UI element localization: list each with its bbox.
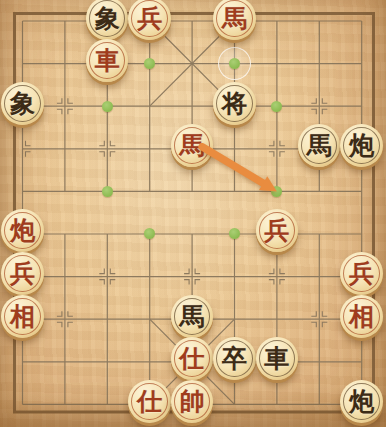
piece-red-4-3[interactable]: 馬: [171, 124, 213, 167]
intersection-4-1[interactable]: [171, 42, 213, 85]
intersection-2-5[interactable]: [86, 213, 128, 256]
intersection-1-8[interactable]: [44, 340, 86, 383]
intersection-8-5[interactable]: [340, 213, 382, 256]
piece-black-8-3[interactable]: 炮: [340, 124, 382, 167]
intersection-2-8[interactable]: [86, 340, 128, 383]
intersection-0-5[interactable]: 炮: [1, 213, 43, 256]
piece-glyph: 将: [222, 91, 247, 116]
piece-glyph: 馬: [180, 304, 205, 329]
piece-red-0-7[interactable]: 相: [1, 295, 43, 338]
intersection-6-6[interactable]: [256, 255, 298, 298]
intersection-5-0[interactable]: 馬: [213, 0, 255, 42]
piece-glyph: 兵: [137, 6, 162, 31]
move-hint-dot-6-4[interactable]: [271, 186, 282, 197]
piece-red-8-6[interactable]: 兵: [340, 252, 382, 295]
intersection-3-4[interactable]: [128, 170, 170, 213]
intersection-0-3[interactable]: [1, 127, 43, 170]
move-hint-dot-5-5[interactable]: [229, 228, 240, 239]
intersection-8-7[interactable]: 相: [340, 298, 382, 341]
intersection-0-7[interactable]: 相: [1, 298, 43, 341]
intersection-7-9[interactable]: [298, 383, 340, 426]
intersection-4-4[interactable]: [171, 170, 213, 213]
intersection-6-9[interactable]: [256, 383, 298, 426]
intersection-3-0[interactable]: 兵: [128, 0, 170, 42]
piece-glyph: 卒: [222, 346, 247, 371]
intersection-5-7[interactable]: [213, 298, 255, 341]
intersection-6-3[interactable]: [256, 127, 298, 170]
piece-black-8-9[interactable]: 炮: [340, 380, 382, 423]
piece-red-8-7[interactable]: 相: [340, 295, 382, 338]
intersection-6-8[interactable]: 車: [256, 340, 298, 383]
intersection-7-7[interactable]: [298, 298, 340, 341]
intersection-2-4[interactable]: [86, 170, 128, 213]
piece-black-5-8[interactable]: 卒: [213, 337, 255, 380]
intersection-5-6[interactable]: [213, 255, 255, 298]
intersection-8-2[interactable]: [340, 85, 382, 128]
intersection-2-0[interactable]: 象: [86, 0, 128, 42]
intersection-1-6[interactable]: [44, 255, 86, 298]
intersection-0-4[interactable]: [1, 170, 43, 213]
intersection-6-2[interactable]: [256, 85, 298, 128]
intersection-3-6[interactable]: [128, 255, 170, 298]
intersection-3-2[interactable]: [128, 85, 170, 128]
move-hint-dot-2-4[interactable]: [102, 186, 113, 197]
intersection-1-9[interactable]: [44, 383, 86, 426]
intersection-8-3[interactable]: 炮: [340, 127, 382, 170]
intersection-1-7[interactable]: [44, 298, 86, 341]
intersection-0-6[interactable]: 兵: [1, 255, 43, 298]
piece-glyph: 象: [10, 91, 35, 116]
move-hint-dot-2-2[interactable]: [102, 101, 113, 112]
piece-glyph: 仕: [137, 389, 162, 414]
intersection-7-8[interactable]: [298, 340, 340, 383]
intersection-5-3[interactable]: [213, 127, 255, 170]
piece-black-6-8[interactable]: 車: [256, 337, 298, 380]
intersection-4-6[interactable]: [171, 255, 213, 298]
piece-glyph: 帥: [180, 389, 205, 414]
piece-black-7-3[interactable]: 馬: [298, 124, 340, 167]
piece-black-2-0[interactable]: 象: [86, 0, 128, 40]
intersection-3-7[interactable]: [128, 298, 170, 341]
intersection-6-5[interactable]: 兵: [256, 213, 298, 256]
intersection-2-9[interactable]: [86, 383, 128, 426]
intersection-4-7[interactable]: 馬: [171, 298, 213, 341]
intersection-8-6[interactable]: 兵: [340, 255, 382, 298]
intersection-5-5[interactable]: [213, 213, 255, 256]
intersection-5-2[interactable]: 将: [213, 85, 255, 128]
piece-glyph: 炮: [10, 218, 35, 243]
intersection-1-1[interactable]: [44, 42, 86, 85]
piece-glyph: 相: [349, 304, 374, 329]
intersection-7-1[interactable]: [298, 42, 340, 85]
piece-red-0-6[interactable]: 兵: [1, 252, 43, 295]
intersection-0-0[interactable]: [1, 0, 43, 42]
intersection-6-1[interactable]: [256, 42, 298, 85]
piece-red-0-5[interactable]: 炮: [1, 209, 43, 252]
piece-red-3-9[interactable]: 仕: [128, 380, 170, 423]
piece-red-5-0[interactable]: 馬: [213, 0, 255, 40]
move-hint-dot-3-1[interactable]: [144, 58, 155, 69]
intersection-0-8[interactable]: [1, 340, 43, 383]
piece-glyph: 馬: [222, 6, 247, 31]
intersection-5-9[interactable]: [213, 383, 255, 426]
intersection-2-3[interactable]: [86, 127, 128, 170]
intersection-5-4[interactable]: [213, 170, 255, 213]
piece-black-0-2[interactable]: 象: [1, 82, 43, 125]
intersection-1-0[interactable]: [44, 0, 86, 42]
intersection-0-2[interactable]: 象: [1, 85, 43, 128]
intersection-4-5[interactable]: [171, 213, 213, 256]
intersection-7-0[interactable]: [298, 0, 340, 42]
move-hint-dot-6-2[interactable]: [271, 101, 282, 112]
intersection-5-1[interactable]: [213, 42, 255, 85]
intersection-7-3[interactable]: 馬: [298, 127, 340, 170]
piece-red-4-8[interactable]: 仕: [171, 337, 213, 380]
intersection-3-8[interactable]: [128, 340, 170, 383]
intersection-7-2[interactable]: [298, 85, 340, 128]
intersection-4-8[interactable]: 仕: [171, 340, 213, 383]
piece-glyph: 車: [95, 48, 120, 73]
piece-glyph: 馬: [180, 133, 205, 158]
intersection-8-9[interactable]: 炮: [340, 383, 382, 426]
intersection-0-9[interactable]: [1, 383, 43, 426]
intersection-4-0[interactable]: [171, 0, 213, 42]
intersection-8-1[interactable]: [340, 42, 382, 85]
piece-glyph: 馬: [307, 133, 332, 158]
piece-glyph: 兵: [10, 261, 35, 286]
xiangqi-board: 象兵馬車象将馬馬炮炮兵兵兵相馬相仕卒車仕帥炮: [0, 0, 386, 427]
intersection-2-2[interactable]: [86, 85, 128, 128]
intersection-7-4[interactable]: [298, 170, 340, 213]
piece-black-4-7[interactable]: 馬: [171, 295, 213, 338]
intersection-6-7[interactable]: [256, 298, 298, 341]
piece-red-6-5[interactable]: 兵: [256, 209, 298, 252]
intersection-4-2[interactable]: [171, 85, 213, 128]
piece-red-4-9[interactable]: 帥: [171, 380, 213, 423]
piece-red-3-0[interactable]: 兵: [128, 0, 170, 40]
piece-glyph: 車: [264, 346, 289, 371]
piece-black-5-2[interactable]: 将: [213, 82, 255, 125]
intersection-8-0[interactable]: [340, 0, 382, 42]
intersection-1-3[interactable]: [44, 127, 86, 170]
piece-glyph: 相: [10, 304, 35, 329]
intersection-8-4[interactable]: [340, 170, 382, 213]
piece-glyph: 兵: [349, 261, 374, 286]
intersection-2-1[interactable]: 車: [86, 42, 128, 85]
intersection-3-3[interactable]: [128, 127, 170, 170]
intersection-1-5[interactable]: [44, 213, 86, 256]
intersection-2-7[interactable]: [86, 298, 128, 341]
intersection-0-1[interactable]: [1, 42, 43, 85]
piece-glyph: 兵: [264, 218, 289, 243]
piece-glyph: 象: [95, 6, 120, 31]
piece-glyph: 炮: [349, 133, 374, 158]
intersection-2-6[interactable]: [86, 255, 128, 298]
board-intersections: 象兵馬車象将馬馬炮炮兵兵兵相馬相仕卒車仕帥炮: [1, 0, 383, 426]
intersection-7-5[interactable]: [298, 213, 340, 256]
intersection-6-4[interactable]: [256, 170, 298, 213]
piece-red-2-1[interactable]: 車: [86, 39, 128, 82]
intersection-3-5[interactable]: [128, 213, 170, 256]
intersection-7-6[interactable]: [298, 255, 340, 298]
intersection-3-9[interactable]: 仕: [128, 383, 170, 426]
intersection-1-4[interactable]: [44, 170, 86, 213]
move-hint-dot-3-5[interactable]: [144, 228, 155, 239]
intersection-5-8[interactable]: 卒: [213, 340, 255, 383]
piece-glyph: 仕: [180, 346, 205, 371]
move-hint-dot-5-1[interactable]: [229, 58, 240, 69]
intersection-4-3[interactable]: 馬: [171, 127, 213, 170]
intersection-1-2[interactable]: [44, 85, 86, 128]
intersection-4-9[interactable]: 帥: [171, 383, 213, 426]
piece-glyph: 炮: [349, 389, 374, 414]
intersection-3-1[interactable]: [128, 42, 170, 85]
intersection-6-0[interactable]: [256, 0, 298, 42]
intersection-8-8[interactable]: [340, 340, 382, 383]
